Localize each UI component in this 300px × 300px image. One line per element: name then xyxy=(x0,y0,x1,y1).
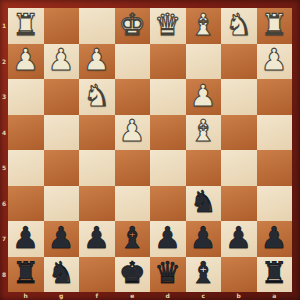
square-a6[interactable] xyxy=(257,186,293,222)
piece-wB: ♝ xyxy=(190,116,217,146)
board-frame: ♜♚♛♝♞♜♟♟♟♟♞♟♟♝♞♟♟♟♝♟♟♟♟♜♞♚♛♝♜ 12345678 h… xyxy=(0,0,300,300)
square-f2[interactable]: ♟ xyxy=(79,44,115,80)
rank-label-1: 1 xyxy=(0,8,8,44)
file-label-a: a xyxy=(257,291,293,300)
square-e7[interactable]: ♝ xyxy=(115,221,151,257)
square-b6[interactable] xyxy=(221,186,257,222)
square-e8[interactable]: ♚ xyxy=(115,257,151,293)
square-h8[interactable]: ♜ xyxy=(8,257,44,293)
square-e1[interactable]: ♚ xyxy=(115,8,151,44)
file-label-f: f xyxy=(79,291,115,300)
file-label-e: e xyxy=(115,291,151,300)
square-d8[interactable]: ♛ xyxy=(150,257,186,293)
square-h7[interactable]: ♟ xyxy=(8,221,44,257)
piece-bP: ♟ xyxy=(190,223,217,253)
square-h4[interactable] xyxy=(8,115,44,151)
square-b7[interactable]: ♟ xyxy=(221,221,257,257)
square-f1[interactable] xyxy=(79,8,115,44)
piece-bP: ♟ xyxy=(154,223,181,253)
square-e2[interactable] xyxy=(115,44,151,80)
file-label-g: g xyxy=(44,291,80,300)
piece-wB: ♝ xyxy=(190,10,217,40)
square-e5[interactable] xyxy=(115,150,151,186)
square-f3[interactable]: ♞ xyxy=(79,79,115,115)
square-c2[interactable] xyxy=(186,44,222,80)
piece-wK: ♚ xyxy=(119,10,146,40)
square-b5[interactable] xyxy=(221,150,257,186)
rank-label-6: 6 xyxy=(0,186,8,222)
square-a2[interactable]: ♟ xyxy=(257,44,293,80)
square-d3[interactable] xyxy=(150,79,186,115)
piece-bN: ♞ xyxy=(48,258,75,288)
square-a3[interactable] xyxy=(257,79,293,115)
square-d7[interactable]: ♟ xyxy=(150,221,186,257)
piece-bK: ♚ xyxy=(119,258,146,288)
file-label-c: c xyxy=(186,291,222,300)
square-g8[interactable]: ♞ xyxy=(44,257,80,293)
square-d6[interactable] xyxy=(150,186,186,222)
piece-bP: ♟ xyxy=(12,223,39,253)
piece-wP: ♟ xyxy=(261,45,288,75)
square-b8[interactable] xyxy=(221,257,257,293)
square-b3[interactable] xyxy=(221,79,257,115)
rank-label-5: 5 xyxy=(0,150,8,186)
square-b1[interactable]: ♞ xyxy=(221,8,257,44)
piece-wP: ♟ xyxy=(12,45,39,75)
piece-wR: ♜ xyxy=(12,10,39,40)
square-f6[interactable] xyxy=(79,186,115,222)
square-c4[interactable]: ♝ xyxy=(186,115,222,151)
square-h6[interactable] xyxy=(8,186,44,222)
square-a8[interactable]: ♜ xyxy=(257,257,293,293)
piece-bP: ♟ xyxy=(225,223,252,253)
piece-bB: ♝ xyxy=(119,223,146,253)
rank-label-7: 7 xyxy=(0,221,8,257)
square-b4[interactable] xyxy=(221,115,257,151)
square-h5[interactable] xyxy=(8,150,44,186)
square-g7[interactable]: ♟ xyxy=(44,221,80,257)
piece-bP: ♟ xyxy=(261,223,288,253)
piece-wR: ♜ xyxy=(261,10,288,40)
square-g6[interactable] xyxy=(44,186,80,222)
square-c7[interactable]: ♟ xyxy=(186,221,222,257)
piece-wP: ♟ xyxy=(48,45,75,75)
piece-wN: ♞ xyxy=(83,81,110,111)
square-f5[interactable] xyxy=(79,150,115,186)
rank-label-2: 2 xyxy=(0,44,8,80)
square-e3[interactable] xyxy=(115,79,151,115)
piece-bR: ♜ xyxy=(12,258,39,288)
square-e4[interactable]: ♟ xyxy=(115,115,151,151)
square-d4[interactable] xyxy=(150,115,186,151)
square-e6[interactable] xyxy=(115,186,151,222)
square-b2[interactable] xyxy=(221,44,257,80)
piece-bN: ♞ xyxy=(190,187,217,217)
rank-label-3: 3 xyxy=(0,79,8,115)
square-f8[interactable] xyxy=(79,257,115,293)
piece-bR: ♜ xyxy=(261,258,288,288)
piece-bQ: ♛ xyxy=(154,258,181,288)
square-h1[interactable]: ♜ xyxy=(8,8,44,44)
square-d5[interactable] xyxy=(150,150,186,186)
square-f4[interactable] xyxy=(79,115,115,151)
file-label-d: d xyxy=(150,291,186,300)
square-g3[interactable] xyxy=(44,79,80,115)
piece-wP: ♟ xyxy=(119,116,146,146)
piece-wP: ♟ xyxy=(83,45,110,75)
piece-bB: ♝ xyxy=(190,258,217,288)
square-a5[interactable] xyxy=(257,150,293,186)
square-a1[interactable]: ♜ xyxy=(257,8,293,44)
rank-label-8: 8 xyxy=(0,257,8,293)
square-h2[interactable]: ♟ xyxy=(8,44,44,80)
square-c3[interactable]: ♟ xyxy=(186,79,222,115)
square-c1[interactable]: ♝ xyxy=(186,8,222,44)
piece-bP: ♟ xyxy=(48,223,75,253)
square-a4[interactable] xyxy=(257,115,293,151)
piece-wN: ♞ xyxy=(225,10,252,40)
square-c5[interactable] xyxy=(186,150,222,186)
piece-wP: ♟ xyxy=(190,81,217,111)
square-g1[interactable] xyxy=(44,8,80,44)
square-g2[interactable]: ♟ xyxy=(44,44,80,80)
square-a7[interactable]: ♟ xyxy=(257,221,293,257)
chessboard: ♜♚♛♝♞♜♟♟♟♟♞♟♟♝♞♟♟♟♝♟♟♟♟♜♞♚♛♝♜ xyxy=(8,8,292,292)
square-g4[interactable] xyxy=(44,115,80,151)
square-d1[interactable]: ♛ xyxy=(150,8,186,44)
square-h3[interactable] xyxy=(8,79,44,115)
square-c6[interactable]: ♞ xyxy=(186,186,222,222)
square-g5[interactable] xyxy=(44,150,80,186)
piece-wQ: ♛ xyxy=(154,10,181,40)
rank-label-4: 4 xyxy=(0,115,8,151)
piece-bP: ♟ xyxy=(83,223,110,253)
square-d2[interactable] xyxy=(150,44,186,80)
file-label-h: h xyxy=(8,291,44,300)
square-c8[interactable]: ♝ xyxy=(186,257,222,293)
file-label-b: b xyxy=(221,291,257,300)
square-f7[interactable]: ♟ xyxy=(79,221,115,257)
